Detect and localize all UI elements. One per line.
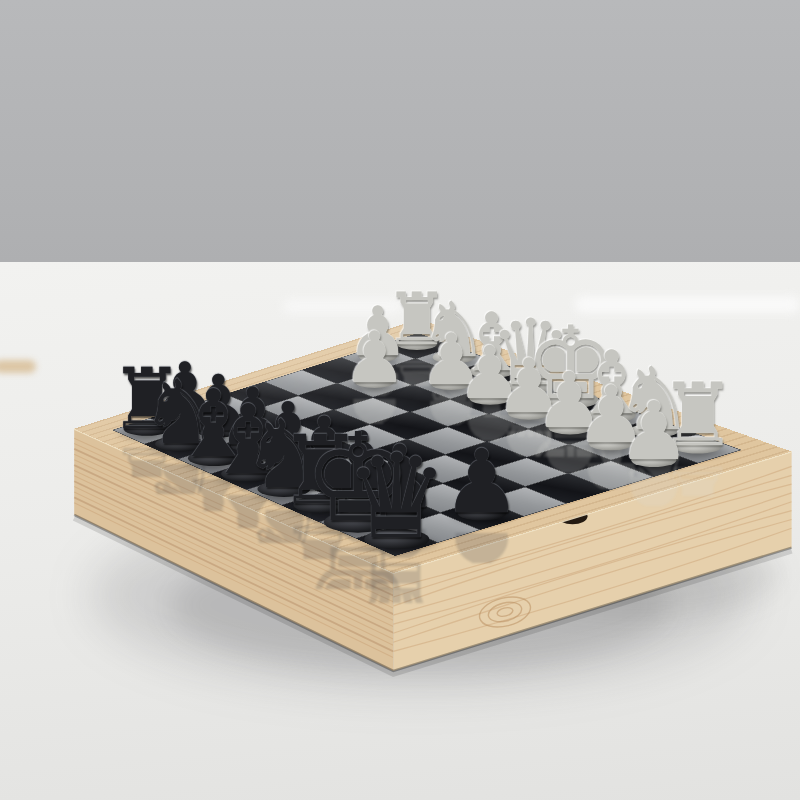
product-photo-scene: ♜♜♞♞♝♝♛♛♚♚♝♝♞♞♜♜♟♟♟♟♟♟♟♟♟♟♟♟♟♟♟♟♜♜♞♞♝♝♝♝…	[0, 0, 800, 800]
piece-glyph-white-pawn: ♟	[343, 322, 407, 393]
piece-glyph-black-pawn: ♟	[442, 437, 521, 525]
background-wall	[0, 0, 800, 262]
piece-glyph-black-queen: ♛	[344, 438, 449, 555]
piece-glyph-white-pawn: ♟	[618, 391, 691, 472]
